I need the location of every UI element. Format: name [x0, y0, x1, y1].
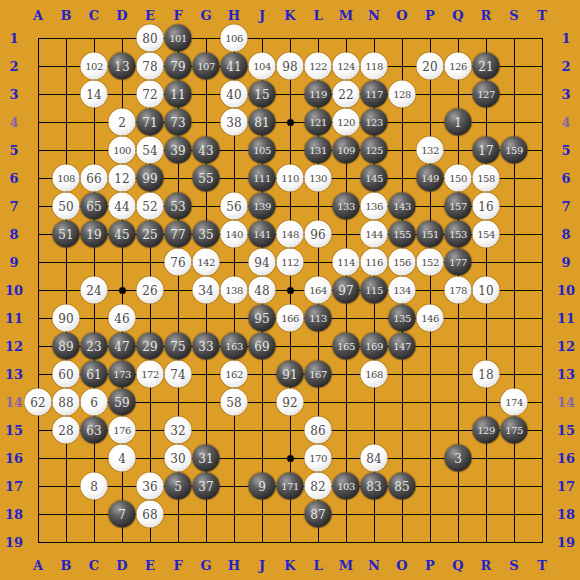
move-number: 127: [477, 89, 495, 99]
move-number: 97: [338, 284, 353, 296]
move-number: 13: [114, 60, 129, 72]
move-number: 95: [254, 312, 269, 324]
move-number: 52: [142, 200, 157, 212]
move-number: 139: [253, 201, 271, 211]
col-label-bottom-N: N: [361, 557, 387, 573]
move-number: 136: [365, 201, 383, 211]
move-number: 71: [142, 116, 157, 128]
black-stone-G17: 37: [193, 473, 220, 500]
move-number: 120: [337, 117, 355, 127]
white-stone-F13: 74: [165, 361, 192, 388]
move-number: 122: [309, 61, 327, 71]
move-number: 7: [118, 508, 126, 520]
white-stone-L2: 122: [305, 53, 332, 80]
move-number: 175: [505, 425, 523, 435]
col-label-top-E: E: [137, 7, 163, 23]
row-label-right-4: 4: [553, 114, 579, 130]
black-stone-F17: 5: [165, 473, 192, 500]
col-label-bottom-P: P: [417, 557, 443, 573]
black-stone-N3: 117: [361, 81, 388, 108]
black-stone-L13: 167: [305, 361, 332, 388]
col-label-bottom-D: D: [109, 557, 135, 573]
row-label-right-14: 14: [553, 394, 579, 410]
move-number: 121: [309, 117, 327, 127]
black-stone-L18: 87: [305, 501, 332, 528]
black-stone-S5: 159: [501, 137, 528, 164]
move-number: 148: [281, 229, 299, 239]
move-number: 33: [198, 340, 213, 352]
move-number: 131: [309, 145, 327, 155]
black-stone-L5: 131: [305, 137, 332, 164]
grid-line-horizontal: [38, 542, 543, 543]
black-stone-F2: 79: [165, 53, 192, 80]
white-stone-A14: 62: [25, 389, 52, 416]
move-number: 172: [141, 369, 159, 379]
row-label-left-19: 19: [1, 534, 27, 550]
move-number: 157: [449, 201, 467, 211]
move-number: 177: [449, 257, 467, 267]
black-stone-J7: 139: [249, 193, 276, 220]
move-number: 38: [226, 116, 241, 128]
white-stone-N2: 118: [361, 53, 388, 80]
move-number: 94: [254, 256, 269, 268]
white-stone-R13: 18: [473, 361, 500, 388]
black-stone-Q8: 153: [445, 221, 472, 248]
move-number: 82: [310, 480, 325, 492]
black-stone-H12: 163: [221, 333, 248, 360]
row-label-right-17: 17: [553, 478, 579, 494]
move-number: 50: [58, 200, 73, 212]
col-label-top-R: R: [473, 7, 499, 23]
move-number: 66: [86, 172, 101, 184]
white-stone-R7: 16: [473, 193, 500, 220]
col-label-top-L: L: [305, 7, 331, 23]
col-label-top-A: A: [25, 7, 51, 23]
white-stone-B13: 60: [53, 361, 80, 388]
move-number: 134: [393, 285, 411, 295]
row-label-left-4: 4: [1, 114, 27, 130]
black-stone-J4: 81: [249, 109, 276, 136]
row-label-left-2: 2: [1, 58, 27, 74]
move-number: 5: [174, 480, 182, 492]
move-number: 128: [393, 89, 411, 99]
white-stone-R8: 154: [473, 221, 500, 248]
black-stone-R2: 21: [473, 53, 500, 80]
row-label-right-9: 9: [553, 254, 579, 270]
move-number: 126: [449, 61, 467, 71]
move-number: 35: [198, 228, 213, 240]
black-stone-G2: 107: [193, 53, 220, 80]
black-stone-G12: 33: [193, 333, 220, 360]
move-number: 138: [225, 285, 243, 295]
black-stone-N10: 115: [361, 277, 388, 304]
move-number: 100: [113, 145, 131, 155]
black-stone-M5: 109: [333, 137, 360, 164]
move-number: 165: [337, 341, 355, 351]
col-label-bottom-B: B: [53, 557, 79, 573]
col-label-top-H: H: [221, 7, 247, 23]
white-stone-H8: 140: [221, 221, 248, 248]
move-number: 68: [142, 508, 157, 520]
white-stone-J10: 48: [249, 277, 276, 304]
col-label-bottom-M: M: [333, 557, 359, 573]
move-number: 84: [366, 452, 381, 464]
col-label-bottom-A: A: [25, 557, 51, 573]
col-label-top-G: G: [193, 7, 219, 23]
black-stone-R3: 127: [473, 81, 500, 108]
move-number: 130: [309, 173, 327, 183]
white-stone-H1: 106: [221, 25, 248, 52]
white-stone-M3: 22: [333, 81, 360, 108]
white-stone-E5: 54: [137, 137, 164, 164]
white-stone-N16: 84: [361, 445, 388, 472]
row-label-left-5: 5: [1, 142, 27, 158]
black-stone-J12: 69: [249, 333, 276, 360]
col-label-top-J: J: [249, 7, 275, 23]
col-label-bottom-T: T: [529, 557, 555, 573]
white-stone-C6: 66: [81, 165, 108, 192]
white-stone-M4: 120: [333, 109, 360, 136]
white-stone-E13: 172: [137, 361, 164, 388]
move-number: 6: [90, 396, 98, 408]
move-number: 20: [422, 60, 437, 72]
move-number: 19: [86, 228, 101, 240]
black-stone-C7: 65: [81, 193, 108, 220]
move-number: 124: [337, 61, 355, 71]
move-number: 176: [113, 425, 131, 435]
col-label-bottom-O: O: [389, 557, 415, 573]
black-stone-Q7: 157: [445, 193, 472, 220]
move-number: 78: [142, 60, 157, 72]
black-stone-C12: 23: [81, 333, 108, 360]
row-label-right-8: 8: [553, 226, 579, 242]
white-stone-N7: 136: [361, 193, 388, 220]
move-number: 2: [118, 116, 126, 128]
white-stone-L16: 170: [305, 445, 332, 472]
black-stone-G16: 31: [193, 445, 220, 472]
move-number: 81: [254, 116, 269, 128]
move-number: 151: [421, 229, 439, 239]
white-stone-C10: 24: [81, 277, 108, 304]
move-number: 167: [309, 369, 327, 379]
move-number: 152: [421, 257, 439, 267]
move-number: 110: [281, 173, 299, 183]
row-label-left-18: 18: [1, 506, 27, 522]
move-number: 61: [86, 368, 101, 380]
move-number: 51: [58, 228, 73, 240]
move-number: 170: [309, 453, 327, 463]
move-number: 150: [449, 173, 467, 183]
move-number: 98: [282, 60, 297, 72]
move-number: 125: [365, 145, 383, 155]
move-number: 46: [114, 312, 129, 324]
col-label-top-C: C: [81, 7, 107, 23]
move-number: 39: [170, 144, 185, 156]
move-number: 113: [309, 313, 327, 323]
move-number: 135: [393, 313, 411, 323]
move-number: 83: [366, 480, 381, 492]
move-number: 28: [58, 424, 73, 436]
row-label-left-17: 17: [1, 478, 27, 494]
white-stone-C17: 8: [81, 473, 108, 500]
move-number: 102: [85, 61, 103, 71]
black-stone-B12: 89: [53, 333, 80, 360]
move-number: 140: [225, 229, 243, 239]
move-number: 8: [90, 480, 98, 492]
white-stone-D15: 176: [109, 417, 136, 444]
black-stone-M10: 97: [333, 277, 360, 304]
move-number: 41: [226, 60, 241, 72]
move-number: 104: [253, 61, 271, 71]
black-stone-F5: 39: [165, 137, 192, 164]
move-number: 168: [365, 369, 383, 379]
black-stone-F7: 53: [165, 193, 192, 220]
move-number: 87: [310, 508, 325, 520]
black-stone-C15: 63: [81, 417, 108, 444]
black-stone-D12: 47: [109, 333, 136, 360]
move-number: 75: [170, 340, 185, 352]
move-number: 25: [142, 228, 157, 240]
move-number: 12: [114, 172, 129, 184]
col-label-bottom-E: E: [137, 557, 163, 573]
white-stone-O3: 128: [389, 81, 416, 108]
black-stone-O8: 155: [389, 221, 416, 248]
col-label-top-D: D: [109, 7, 135, 23]
white-stone-F9: 76: [165, 249, 192, 276]
white-stone-G9: 142: [193, 249, 220, 276]
white-stone-B11: 90: [53, 305, 80, 332]
white-stone-L10: 164: [305, 277, 332, 304]
move-number: 119: [309, 89, 327, 99]
white-stone-Q2: 126: [445, 53, 472, 80]
col-label-bottom-F: F: [165, 557, 191, 573]
move-number: 147: [393, 341, 411, 351]
black-stone-D18: 7: [109, 501, 136, 528]
black-stone-O12: 147: [389, 333, 416, 360]
black-stone-M12: 165: [333, 333, 360, 360]
move-number: 24: [86, 284, 101, 296]
white-stone-P2: 20: [417, 53, 444, 80]
white-stone-K11: 166: [277, 305, 304, 332]
white-stone-O9: 156: [389, 249, 416, 276]
star-point: [287, 119, 294, 126]
white-stone-R10: 10: [473, 277, 500, 304]
white-stone-H4: 38: [221, 109, 248, 136]
white-stone-L8: 96: [305, 221, 332, 248]
col-label-bottom-L: L: [305, 557, 331, 573]
move-number: 159: [505, 145, 523, 155]
white-stone-E10: 26: [137, 277, 164, 304]
move-number: 88: [58, 396, 73, 408]
white-stone-B15: 28: [53, 417, 80, 444]
move-number: 155: [393, 229, 411, 239]
white-stone-K2: 98: [277, 53, 304, 80]
row-label-left-6: 6: [1, 170, 27, 186]
move-number: 31: [198, 452, 213, 464]
white-stone-C14: 6: [81, 389, 108, 416]
row-label-right-7: 7: [553, 198, 579, 214]
col-label-bottom-J: J: [249, 557, 275, 573]
white-stone-B14: 88: [53, 389, 80, 416]
black-stone-G6: 55: [193, 165, 220, 192]
white-stone-H10: 138: [221, 277, 248, 304]
black-stone-E6: 99: [137, 165, 164, 192]
move-number: 174: [505, 397, 523, 407]
row-label-left-9: 9: [1, 254, 27, 270]
move-number: 34: [198, 284, 213, 296]
move-number: 166: [281, 313, 299, 323]
col-label-top-F: F: [165, 7, 191, 23]
col-label-bottom-H: H: [221, 557, 247, 573]
white-stone-O10: 134: [389, 277, 416, 304]
black-stone-P8: 151: [417, 221, 444, 248]
row-label-right-3: 3: [553, 86, 579, 102]
row-label-left-16: 16: [1, 450, 27, 466]
move-number: 58: [226, 396, 241, 408]
move-number: 16: [478, 200, 493, 212]
move-number: 74: [170, 368, 185, 380]
move-number: 118: [365, 61, 383, 71]
black-stone-N6: 145: [361, 165, 388, 192]
move-number: 171: [281, 481, 299, 491]
white-stone-M2: 124: [333, 53, 360, 80]
col-label-top-M: M: [333, 7, 359, 23]
move-number: 56: [226, 200, 241, 212]
move-number: 101: [169, 33, 187, 43]
move-number: 106: [225, 33, 243, 43]
move-number: 79: [170, 60, 185, 72]
black-stone-C8: 19: [81, 221, 108, 248]
row-label-left-10: 10: [1, 282, 27, 298]
white-stone-E7: 52: [137, 193, 164, 220]
black-stone-L11: 113: [305, 305, 332, 332]
move-number: 55: [198, 172, 213, 184]
black-stone-D13: 173: [109, 361, 136, 388]
col-label-bottom-S: S: [501, 557, 527, 573]
move-number: 145: [365, 173, 383, 183]
white-stone-D6: 12: [109, 165, 136, 192]
go-board[interactable]: AABBCCDDEEFFGGHHJJKKLLMMNNOOPPQQRRSSTT11…: [0, 0, 580, 580]
move-number: 59: [114, 396, 129, 408]
move-number: 103: [337, 481, 355, 491]
white-stone-B6: 108: [53, 165, 80, 192]
black-stone-P6: 149: [417, 165, 444, 192]
white-stone-G10: 34: [193, 277, 220, 304]
move-number: 143: [393, 201, 411, 211]
black-stone-J5: 105: [249, 137, 276, 164]
white-stone-K14: 92: [277, 389, 304, 416]
white-stone-M9: 114: [333, 249, 360, 276]
row-label-right-19: 19: [553, 534, 579, 550]
move-number: 162: [225, 369, 243, 379]
black-stone-D8: 45: [109, 221, 136, 248]
col-label-top-N: N: [361, 7, 387, 23]
move-number: 105: [253, 145, 271, 155]
black-stone-E4: 71: [137, 109, 164, 136]
white-stone-D16: 4: [109, 445, 136, 472]
move-number: 10: [478, 284, 493, 296]
col-label-bottom-K: K: [277, 557, 303, 573]
black-stone-D2: 13: [109, 53, 136, 80]
move-number: 99: [142, 172, 157, 184]
black-stone-N17: 83: [361, 473, 388, 500]
white-stone-P9: 152: [417, 249, 444, 276]
move-number: 44: [114, 200, 129, 212]
move-number: 60: [58, 368, 73, 380]
white-stone-D7: 44: [109, 193, 136, 220]
move-number: 32: [170, 424, 185, 436]
move-number: 149: [421, 173, 439, 183]
row-label-right-11: 11: [553, 310, 579, 326]
move-number: 40: [226, 88, 241, 100]
col-label-top-T: T: [529, 7, 555, 23]
move-number: 1: [454, 116, 462, 128]
row-label-right-12: 12: [553, 338, 579, 354]
star-point: [287, 455, 294, 462]
move-number: 169: [365, 341, 383, 351]
move-number: 116: [365, 257, 383, 267]
white-stone-K8: 148: [277, 221, 304, 248]
move-number: 154: [477, 229, 495, 239]
col-label-top-K: K: [277, 7, 303, 23]
move-number: 36: [142, 480, 157, 492]
white-stone-H7: 56: [221, 193, 248, 220]
white-stone-D4: 2: [109, 109, 136, 136]
white-stone-E1: 80: [137, 25, 164, 52]
move-number: 26: [142, 284, 157, 296]
row-label-left-3: 3: [1, 86, 27, 102]
move-number: 17: [478, 144, 493, 156]
col-label-top-O: O: [389, 7, 415, 23]
white-stone-D11: 46: [109, 305, 136, 332]
white-stone-L15: 86: [305, 417, 332, 444]
move-number: 156: [393, 257, 411, 267]
row-label-left-11: 11: [1, 310, 27, 326]
move-number: 115: [365, 285, 383, 295]
black-stone-J3: 15: [249, 81, 276, 108]
black-stone-Q16: 3: [445, 445, 472, 472]
white-stone-C3: 14: [81, 81, 108, 108]
move-number: 107: [197, 61, 215, 71]
grid-line-vertical: [514, 38, 515, 543]
row-label-right-6: 6: [553, 170, 579, 186]
move-number: 153: [449, 229, 467, 239]
move-number: 54: [142, 144, 157, 156]
move-number: 73: [170, 116, 185, 128]
move-number: 111: [253, 173, 271, 183]
move-number: 163: [225, 341, 243, 351]
move-number: 29: [142, 340, 157, 352]
black-stone-M17: 103: [333, 473, 360, 500]
white-stone-L17: 82: [305, 473, 332, 500]
black-stone-F4: 73: [165, 109, 192, 136]
black-stone-F12: 75: [165, 333, 192, 360]
black-stone-K17: 171: [277, 473, 304, 500]
move-number: 76: [170, 256, 185, 268]
row-label-right-1: 1: [553, 30, 579, 46]
black-stone-G5: 43: [193, 137, 220, 164]
move-number: 11: [170, 88, 185, 100]
black-stone-H2: 41: [221, 53, 248, 80]
black-stone-K13: 91: [277, 361, 304, 388]
black-stone-N12: 169: [361, 333, 388, 360]
black-stone-O7: 143: [389, 193, 416, 220]
move-number: 173: [113, 369, 131, 379]
black-stone-Q9: 177: [445, 249, 472, 276]
row-label-right-18: 18: [553, 506, 579, 522]
white-stone-P5: 132: [417, 137, 444, 164]
move-number: 22: [338, 88, 353, 100]
